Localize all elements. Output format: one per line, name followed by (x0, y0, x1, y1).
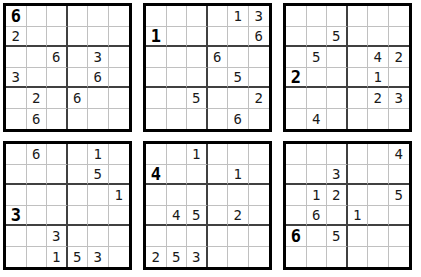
board1-cell-r5c3[interactable] (47, 88, 68, 109)
board1-cell-r1c5[interactable] (88, 6, 109, 27)
board4-cell-r5c4[interactable] (68, 226, 89, 247)
board5-cell-r3c3[interactable] (187, 185, 208, 206)
board1-cell-r2c6[interactable] (109, 27, 130, 48)
board5-cell-r3c2[interactable] (167, 185, 188, 206)
board3-cell-r5c1[interactable] (286, 88, 307, 109)
board3-cell-r6c2: 4 (307, 109, 328, 130)
board6-cell-r3c3: 2 (327, 185, 348, 206)
board3-cell-r1c1[interactable] (286, 6, 307, 27)
board1-cell-r4c3[interactable] (47, 68, 68, 89)
board1-cell-r4c5: 6 (88, 68, 109, 89)
board4-cell-r3c1[interactable] (6, 185, 27, 206)
board4-cell-r5c6[interactable] (109, 226, 130, 247)
sudoku-board-1: 626336266 (3, 3, 132, 132)
board2-cell-r3c3[interactable] (187, 47, 208, 68)
board5-cell-r1c4[interactable] (208, 144, 229, 165)
board5-cell-r1c3: 1 (187, 144, 208, 165)
board3-cell-r1c6[interactable] (389, 6, 410, 27)
board4-cell-r6c1[interactable] (6, 247, 27, 268)
board2-cell-r1c1[interactable] (146, 6, 167, 27)
board6-cell-r2c2[interactable] (307, 165, 328, 186)
board3-cell-r1c5[interactable] (368, 6, 389, 27)
board3-cell-r4c2[interactable] (307, 68, 328, 89)
board6-cell-r2c3: 3 (327, 165, 348, 186)
board5-cell-r6c4[interactable] (208, 247, 229, 268)
board5-cell-r6c2: 5 (167, 247, 188, 268)
board6-cell-r1c3[interactable] (327, 144, 348, 165)
board1-cell-r3c2[interactable] (27, 47, 48, 68)
board3-cell-r1c3[interactable] (327, 6, 348, 27)
board5-cell-r4c4[interactable] (208, 206, 229, 227)
board1-cell-r1c2[interactable] (27, 6, 48, 27)
board4-cell-r5c2[interactable] (27, 226, 48, 247)
board1-cell-r3c1[interactable] (6, 47, 27, 68)
board1-cell-r5c5[interactable] (88, 88, 109, 109)
board5-cell-r2c1: 4 (146, 165, 167, 186)
board1-cell-r3c3: 6 (47, 47, 68, 68)
board5-cell-r5c3[interactable] (187, 226, 208, 247)
board6-cell-r6c1[interactable] (286, 247, 307, 268)
board1-cell-r2c1: 2 (6, 27, 27, 48)
board4-cell-r1c3[interactable] (47, 144, 68, 165)
board4-cell-r1c6[interactable] (109, 144, 130, 165)
board3-cell-r1c2[interactable] (307, 6, 328, 27)
board4-cell-r6c2[interactable] (27, 247, 48, 268)
board6-cell-r5c6[interactable] (389, 226, 410, 247)
board2-cell-r4c4[interactable] (208, 68, 229, 89)
board5-cell-r5c4[interactable] (208, 226, 229, 247)
board3-cell-r6c6[interactable] (389, 109, 410, 130)
board2-cell-r5c4[interactable] (208, 88, 229, 109)
board5-cell-r4c5: 2 (228, 206, 249, 227)
board5-cell-r4c3: 5 (187, 206, 208, 227)
board2-cell-r1c3[interactable] (187, 6, 208, 27)
board5-cell-r2c2[interactable] (167, 165, 188, 186)
board2-cell-r1c5: 1 (228, 6, 249, 27)
board6-cell-r1c4[interactable] (348, 144, 369, 165)
board3-cell-r2c1[interactable] (286, 27, 307, 48)
board5-cell-r2c6[interactable] (249, 165, 270, 186)
board6-cell-r6c6[interactable] (389, 247, 410, 268)
board5-cell-r6c6[interactable] (249, 247, 270, 268)
board5-cell-r3c6[interactable] (249, 185, 270, 206)
board4-cell-r2c1[interactable] (6, 165, 27, 186)
board4-cell-r6c6[interactable] (109, 247, 130, 268)
board4-cell-r1c4[interactable] (68, 144, 89, 165)
board2-cell-r2c1: 1 (146, 27, 167, 48)
board6-cell-r5c3: 5 (327, 226, 348, 247)
board3-cell-r5c4[interactable] (348, 88, 369, 109)
board3-cell-r3c1[interactable] (286, 47, 307, 68)
board1-cell-r1c6[interactable] (109, 6, 130, 27)
board3-cell-r4c6[interactable] (389, 68, 410, 89)
board6-cell-r4c1[interactable] (286, 206, 307, 227)
board2-cell-r6c1[interactable] (146, 109, 167, 130)
board1-cell-r6c5[interactable] (88, 109, 109, 130)
board2-cell-r1c4[interactable] (208, 6, 229, 27)
board6-cell-r2c5[interactable] (368, 165, 389, 186)
board2-cell-r4c1[interactable] (146, 68, 167, 89)
board3-cell-r5c2[interactable] (307, 88, 328, 109)
board6-cell-r4c5[interactable] (368, 206, 389, 227)
board4-cell-r1c1[interactable] (6, 144, 27, 165)
board6-cell-r2c4[interactable] (348, 165, 369, 186)
board4-cell-r6c3: 1 (47, 247, 68, 268)
board1-cell-r6c6[interactable] (109, 109, 130, 130)
board5-cell-r1c1[interactable] (146, 144, 167, 165)
board6-cell-r3c4[interactable] (348, 185, 369, 206)
board4-cell-r2c4[interactable] (68, 165, 89, 186)
board2-cell-r3c1[interactable] (146, 47, 167, 68)
board4-cell-r4c5[interactable] (88, 206, 109, 227)
board3-cell-r3c5: 4 (368, 47, 389, 68)
board6-cell-r6c3[interactable] (327, 247, 348, 268)
board6-cell-r5c4[interactable] (348, 226, 369, 247)
board1-cell-r5c1[interactable] (6, 88, 27, 109)
board3-cell-r4c5: 1 (368, 68, 389, 89)
board2-cell-r4c2[interactable] (167, 68, 188, 89)
board3-cell-r3c6: 2 (389, 47, 410, 68)
board4-cell-r4c2[interactable] (27, 206, 48, 227)
board5-cell-r4c1[interactable] (146, 206, 167, 227)
board2-cell-r5c5[interactable] (228, 88, 249, 109)
board2-cell-r6c3[interactable] (187, 109, 208, 130)
board4-cell-r1c2: 6 (27, 144, 48, 165)
board1-cell-r6c1[interactable] (6, 109, 27, 130)
board2-cell-r2c3[interactable] (187, 27, 208, 48)
board4-cell-r2c3[interactable] (47, 165, 68, 186)
board4-cell-r6c5: 3 (88, 247, 109, 268)
board2-cell-r2c4[interactable] (208, 27, 229, 48)
board4-cell-r4c3[interactable] (47, 206, 68, 227)
board4-cell-r5c5[interactable] (88, 226, 109, 247)
board2-cell-r2c2[interactable] (167, 27, 188, 48)
board4-cell-r3c5[interactable] (88, 185, 109, 206)
sudoku-board-2: 131665526 (143, 3, 272, 132)
board2-cell-r2c5[interactable] (228, 27, 249, 48)
board3-cell-r2c5[interactable] (368, 27, 389, 48)
board3-cell-r3c3[interactable] (327, 47, 348, 68)
board6-cell-r2c6[interactable] (389, 165, 410, 186)
board4-cell-r3c6: 1 (109, 185, 130, 206)
board3-cell-r1c4[interactable] (348, 6, 369, 27)
board3-cell-r5c3[interactable] (327, 88, 348, 109)
board1-cell-r3c6[interactable] (109, 47, 130, 68)
board5-cell-r3c5[interactable] (228, 185, 249, 206)
board6-cell-r1c5[interactable] (368, 144, 389, 165)
board2-cell-r5c2[interactable] (167, 88, 188, 109)
board1-cell-r1c4[interactable] (68, 6, 89, 27)
board5-cell-r4c6[interactable] (249, 206, 270, 227)
board1-cell-r6c3[interactable] (47, 109, 68, 130)
board1-cell-r4c6[interactable] (109, 68, 130, 89)
board4-cell-r3c2[interactable] (27, 185, 48, 206)
board2-cell-r4c6[interactable] (249, 68, 270, 89)
board2-cell-r1c6: 3 (249, 6, 270, 27)
board5-cell-r3c1[interactable] (146, 185, 167, 206)
board6-cell-r5c2[interactable] (307, 226, 328, 247)
board4-cell-r5c3: 3 (47, 226, 68, 247)
board6-cell-r4c3[interactable] (327, 206, 348, 227)
board3-cell-r5c6: 3 (389, 88, 410, 109)
board2-cell-r3c6[interactable] (249, 47, 270, 68)
board2-cell-r3c4: 6 (208, 47, 229, 68)
board5-cell-r5c1[interactable] (146, 226, 167, 247)
board3-cell-r3c2: 5 (307, 47, 328, 68)
board5-cell-r2c4[interactable] (208, 165, 229, 186)
board6-cell-r5c5[interactable] (368, 226, 389, 247)
board5-cell-r6c3: 3 (187, 247, 208, 268)
board1-cell-r1c1: 6 (6, 6, 27, 27)
board4-cell-r5c1[interactable] (6, 226, 27, 247)
board5-cell-r1c6[interactable] (249, 144, 270, 165)
board3-cell-r6c5[interactable] (368, 109, 389, 130)
board2-cell-r5c3: 5 (187, 88, 208, 109)
board6-cell-r4c2: 6 (307, 206, 328, 227)
sudoku-board-3: 554221234 (283, 3, 412, 132)
board1-cell-r2c4[interactable] (68, 27, 89, 48)
board2-cell-r4c3[interactable] (187, 68, 208, 89)
board3-cell-r4c4[interactable] (348, 68, 369, 89)
board6-cell-r6c2[interactable] (307, 247, 328, 268)
board4-cell-r4c6[interactable] (109, 206, 130, 227)
board1-cell-r5c6[interactable] (109, 88, 130, 109)
board3-cell-r2c3: 5 (327, 27, 348, 48)
board2-cell-r1c2[interactable] (167, 6, 188, 27)
board5-cell-r5c2[interactable] (167, 226, 188, 247)
board3-cell-r6c3[interactable] (327, 109, 348, 130)
board3-cell-r4c1: 2 (286, 68, 307, 89)
board4-cell-r2c5: 5 (88, 165, 109, 186)
board2-cell-r4c5: 5 (228, 68, 249, 89)
board3-cell-r6c1[interactable] (286, 109, 307, 130)
board6-cell-r4c4: 1 (348, 206, 369, 227)
board3-cell-r2c2[interactable] (307, 27, 328, 48)
board1-cell-r1c3[interactable] (47, 6, 68, 27)
board6-cell-r3c6: 5 (389, 185, 410, 206)
board4-cell-r2c6[interactable] (109, 165, 130, 186)
board4-cell-r3c4[interactable] (68, 185, 89, 206)
board2-cell-r6c2[interactable] (167, 109, 188, 130)
board6-cell-r1c1[interactable] (286, 144, 307, 165)
sudoku-board-4: 615133153 (3, 141, 132, 270)
board2-cell-r3c2[interactable] (167, 47, 188, 68)
board6-cell-r2c1[interactable] (286, 165, 307, 186)
board3-cell-r2c4[interactable] (348, 27, 369, 48)
board6-cell-r6c5[interactable] (368, 247, 389, 268)
board2-cell-r2c6: 6 (249, 27, 270, 48)
board6-cell-r4c6[interactable] (389, 206, 410, 227)
board5-cell-r6c1: 2 (146, 247, 167, 268)
board2-cell-r6c5: 6 (228, 109, 249, 130)
board6-cell-r3c1[interactable] (286, 185, 307, 206)
board1-cell-r4c1: 3 (6, 68, 27, 89)
board6-cell-r5c1: 6 (286, 226, 307, 247)
board2-cell-r5c6: 2 (249, 88, 270, 109)
board5-cell-r5c6[interactable] (249, 226, 270, 247)
board3-cell-r2c6[interactable] (389, 27, 410, 48)
board1-cell-r4c2[interactable] (27, 68, 48, 89)
board1-cell-r2c3[interactable] (47, 27, 68, 48)
board6-cell-r3c2: 1 (307, 185, 328, 206)
board3-cell-r3c4[interactable] (348, 47, 369, 68)
board1-cell-r4c4[interactable] (68, 68, 89, 89)
board5-cell-r1c2[interactable] (167, 144, 188, 165)
board5-cell-r2c3[interactable] (187, 165, 208, 186)
board6-cell-r6c4[interactable] (348, 247, 369, 268)
sudoku-board-6: 431256165 (283, 141, 412, 270)
puzzle-sheet: 6263362661316655265542212346151331531414… (0, 0, 421, 277)
board1-cell-r5c2: 2 (27, 88, 48, 109)
board5-cell-r6c5[interactable] (228, 247, 249, 268)
board4-cell-r1c5: 1 (88, 144, 109, 165)
board3-cell-r6c4[interactable] (348, 109, 369, 130)
board6-cell-r3c5[interactable] (368, 185, 389, 206)
board1-cell-r2c2[interactable] (27, 27, 48, 48)
board5-cell-r1c5[interactable] (228, 144, 249, 165)
board4-cell-r4c4[interactable] (68, 206, 89, 227)
board4-cell-r3c3[interactable] (47, 185, 68, 206)
board1-cell-r6c2: 6 (27, 109, 48, 130)
board6-cell-r1c2[interactable] (307, 144, 328, 165)
board4-cell-r6c4: 5 (68, 247, 89, 268)
board6-cell-r1c6: 4 (389, 144, 410, 165)
sudoku-board-5: 141452253 (143, 141, 272, 270)
board2-cell-r6c4[interactable] (208, 109, 229, 130)
board1-cell-r2c5[interactable] (88, 27, 109, 48)
board1-cell-r3c4[interactable] (68, 47, 89, 68)
board4-cell-r2c2[interactable] (27, 165, 48, 186)
board4-cell-r4c1: 3 (6, 206, 27, 227)
board1-cell-r6c4[interactable] (68, 109, 89, 130)
board1-cell-r3c5: 3 (88, 47, 109, 68)
board3-cell-r5c5: 2 (368, 88, 389, 109)
board5-cell-r2c5: 1 (228, 165, 249, 186)
board3-cell-r4c3[interactable] (327, 68, 348, 89)
board5-cell-r4c2: 4 (167, 206, 188, 227)
board2-cell-r5c1[interactable] (146, 88, 167, 109)
board2-cell-r3c5[interactable] (228, 47, 249, 68)
board5-cell-r3c4[interactable] (208, 185, 229, 206)
board5-cell-r5c5[interactable] (228, 226, 249, 247)
board2-cell-r6c6[interactable] (249, 109, 270, 130)
board1-cell-r5c4: 6 (68, 88, 89, 109)
